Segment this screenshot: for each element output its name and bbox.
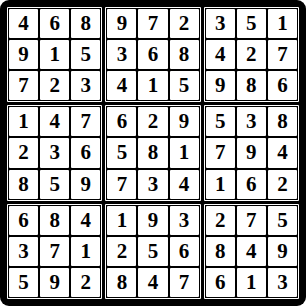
box-5-grid: 6 2 9 5 8 1 7 3 4 — [106, 106, 199, 199]
cell-r8c7[interactable]: 8 — [206, 237, 235, 266]
cell-r3c9[interactable]: 6 — [268, 71, 297, 100]
cell-r6c3[interactable]: 9 — [71, 170, 100, 199]
box-7: 6 8 4 3 7 1 5 9 2 — [7, 204, 102, 299]
cell-r1c4[interactable]: 9 — [107, 9, 136, 38]
cell-r2c8[interactable]: 2 — [237, 40, 266, 69]
cell-r2c6[interactable]: 8 — [170, 40, 199, 69]
cell-r7c1[interactable]: 6 — [9, 206, 38, 235]
box-4-grid: 1 4 7 2 3 6 8 5 9 — [8, 106, 101, 199]
cell-r3c8[interactable]: 8 — [237, 71, 266, 100]
cell-r3c1[interactable]: 7 — [9, 71, 38, 100]
cell-r4c8[interactable]: 3 — [237, 107, 266, 136]
cell-r1c8[interactable]: 5 — [237, 9, 266, 38]
cell-r4c2[interactable]: 4 — [40, 107, 69, 136]
cell-r9c3[interactable]: 2 — [71, 268, 100, 297]
cell-r5c2[interactable]: 3 — [40, 138, 69, 167]
cell-r7c2[interactable]: 8 — [40, 206, 69, 235]
cell-r5c4[interactable]: 5 — [107, 138, 136, 167]
box-layer: 4 6 8 9 1 5 7 2 3 9 7 2 3 6 8 4 1 5 — [7, 7, 299, 299]
cell-r6c4[interactable]: 7 — [107, 170, 136, 199]
box-2: 9 7 2 3 6 8 4 1 5 — [105, 7, 200, 102]
box-9-grid: 2 7 5 8 4 9 6 1 3 — [205, 205, 298, 298]
cell-r1c3[interactable]: 8 — [71, 9, 100, 38]
box-7-grid: 6 8 4 3 7 1 5 9 2 — [8, 205, 101, 298]
cell-r6c5[interactable]: 3 — [138, 170, 167, 199]
cell-r9c4[interactable]: 8 — [107, 268, 136, 297]
cell-r7c7[interactable]: 2 — [206, 206, 235, 235]
cell-r6c9[interactable]: 2 — [268, 170, 297, 199]
box-6-grid: 5 3 8 7 9 4 1 6 2 — [205, 106, 298, 199]
cell-r9c9[interactable]: 3 — [268, 268, 297, 297]
box-8: 1 9 3 2 5 6 8 4 7 — [105, 204, 200, 299]
cell-r2c1[interactable]: 9 — [9, 40, 38, 69]
cell-r4c9[interactable]: 8 — [268, 107, 297, 136]
cell-r1c5[interactable]: 7 — [138, 9, 167, 38]
cell-r5c3[interactable]: 6 — [71, 138, 100, 167]
cell-r6c6[interactable]: 4 — [170, 170, 199, 199]
cell-r3c4[interactable]: 4 — [107, 71, 136, 100]
cell-r2c3[interactable]: 5 — [71, 40, 100, 69]
cell-r5c5[interactable]: 8 — [138, 138, 167, 167]
cell-r8c9[interactable]: 9 — [268, 237, 297, 266]
cell-r3c3[interactable]: 3 — [71, 71, 100, 100]
box-9: 2 7 5 8 4 9 6 1 3 — [204, 204, 299, 299]
cell-r6c7[interactable]: 1 — [206, 170, 235, 199]
cell-r2c7[interactable]: 4 — [206, 40, 235, 69]
cell-r3c7[interactable]: 9 — [206, 71, 235, 100]
box-8-grid: 1 9 3 2 5 6 8 4 7 — [106, 205, 199, 298]
cell-r1c1[interactable]: 4 — [9, 9, 38, 38]
cell-r5c7[interactable]: 7 — [206, 138, 235, 167]
cell-r1c7[interactable]: 3 — [206, 9, 235, 38]
cell-r6c1[interactable]: 8 — [9, 170, 38, 199]
cell-r5c8[interactable]: 9 — [237, 138, 266, 167]
cell-r8c5[interactable]: 5 — [138, 237, 167, 266]
cell-r9c1[interactable]: 5 — [9, 268, 38, 297]
cell-r1c2[interactable]: 6 — [40, 9, 69, 38]
cell-r2c2[interactable]: 1 — [40, 40, 69, 69]
box-1: 4 6 8 9 1 5 7 2 3 — [7, 7, 102, 102]
cell-r8c1[interactable]: 3 — [9, 237, 38, 266]
cell-r7c6[interactable]: 3 — [170, 206, 199, 235]
cell-r9c5[interactable]: 4 — [138, 268, 167, 297]
cell-r7c9[interactable]: 5 — [268, 206, 297, 235]
cell-r4c4[interactable]: 6 — [107, 107, 136, 136]
cell-r2c5[interactable]: 6 — [138, 40, 167, 69]
cell-r4c1[interactable]: 1 — [9, 107, 38, 136]
cell-r4c3[interactable]: 7 — [71, 107, 100, 136]
cell-r9c2[interactable]: 9 — [40, 268, 69, 297]
cell-r7c5[interactable]: 9 — [138, 206, 167, 235]
cell-r9c7[interactable]: 6 — [206, 268, 235, 297]
box-6: 5 3 8 7 9 4 1 6 2 — [204, 105, 299, 200]
cell-r2c9[interactable]: 7 — [268, 40, 297, 69]
cell-r4c7[interactable]: 5 — [206, 107, 235, 136]
cell-r8c4[interactable]: 2 — [107, 237, 136, 266]
cell-r6c2[interactable]: 5 — [40, 170, 69, 199]
cell-r8c6[interactable]: 6 — [170, 237, 199, 266]
cell-r6c8[interactable]: 6 — [237, 170, 266, 199]
cell-r7c4[interactable]: 1 — [107, 206, 136, 235]
cell-r8c3[interactable]: 1 — [71, 237, 100, 266]
sudoku-board: 4 6 8 9 1 5 7 2 3 9 7 2 3 6 8 4 1 5 — [0, 0, 306, 306]
box-4: 1 4 7 2 3 6 8 5 9 — [7, 105, 102, 200]
cell-r1c6[interactable]: 2 — [170, 9, 199, 38]
cell-r5c9[interactable]: 4 — [268, 138, 297, 167]
cell-r3c2[interactable]: 2 — [40, 71, 69, 100]
cell-r7c3[interactable]: 4 — [71, 206, 100, 235]
cell-r2c4[interactable]: 3 — [107, 40, 136, 69]
cell-r8c2[interactable]: 7 — [40, 237, 69, 266]
cell-r8c8[interactable]: 4 — [237, 237, 266, 266]
cell-r9c8[interactable]: 1 — [237, 268, 266, 297]
box-3: 3 5 1 4 2 7 9 8 6 — [204, 7, 299, 102]
cell-r1c9[interactable]: 1 — [268, 9, 297, 38]
cell-r7c8[interactable]: 7 — [237, 206, 266, 235]
cell-r4c6[interactable]: 9 — [170, 107, 199, 136]
cell-r3c6[interactable]: 5 — [170, 71, 199, 100]
cell-r5c1[interactable]: 2 — [9, 138, 38, 167]
box-5: 6 2 9 5 8 1 7 3 4 — [105, 105, 200, 200]
cell-r9c6[interactable]: 7 — [170, 268, 199, 297]
cell-r5c6[interactable]: 1 — [170, 138, 199, 167]
box-2-grid: 9 7 2 3 6 8 4 1 5 — [106, 8, 199, 101]
cell-r4c5[interactable]: 2 — [138, 107, 167, 136]
cell-r3c5[interactable]: 1 — [138, 71, 167, 100]
box-3-grid: 3 5 1 4 2 7 9 8 6 — [205, 8, 298, 101]
box-1-grid: 4 6 8 9 1 5 7 2 3 — [8, 8, 101, 101]
